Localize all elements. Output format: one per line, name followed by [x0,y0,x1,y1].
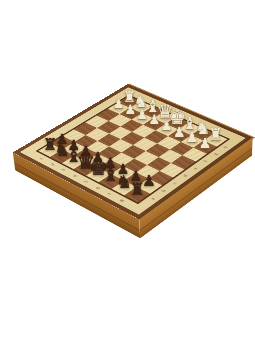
board-square [74,148,98,162]
board-square [169,142,193,155]
file-label: e [187,163,204,174]
board-square [145,144,169,157]
board-square [86,168,111,182]
board-square [50,149,74,163]
board-square [171,155,195,169]
file-label: h [217,142,234,152]
board-square [135,165,160,179]
board-square [147,157,171,171]
file-label: c [166,178,184,189]
rank-label: 5 [77,177,95,187]
board-square [148,171,173,186]
board-square [160,163,185,177]
board-square [98,160,122,174]
board-square [123,172,148,187]
board-frame: 12345678 abcdefgh [13,84,253,219]
file-label: a [144,193,162,205]
board-square [62,155,86,169]
chess-box-3d: 12345678 abcdefgh [13,84,253,219]
board-square [111,166,136,180]
board-square [134,151,158,165]
file-label: d [176,171,194,182]
rank-label: 6 [89,183,107,194]
board-border: 12345678 abcdefgh [20,87,246,214]
board-square [86,154,110,168]
board-square [124,187,149,202]
board-square [193,141,217,154]
file-label: b [155,185,173,196]
file-label: g [207,149,224,159]
rank-label: 8 [113,195,132,206]
rank-label: 3 [55,165,73,175]
board-square [182,148,206,162]
board-square [122,145,146,158]
rank-label: 7 [101,189,120,200]
board-square [158,149,182,163]
board-square [137,179,162,194]
board-square [74,161,98,175]
board-square [110,152,134,166]
file-label: f [197,156,214,166]
rank-label: 4 [66,171,84,181]
board-square [111,180,136,195]
rank-label: 2 [44,160,62,170]
rank-label: 1 [33,154,50,164]
product-photo[interactable]: 12345678 abcdefgh ♜♟♟♜♞♟♟♞♝♟♟♝♛♟♟♛♚♟♟♚♝♟… [0,0,255,340]
board-square [98,146,122,160]
board-square [99,174,124,189]
board-square [123,158,147,172]
